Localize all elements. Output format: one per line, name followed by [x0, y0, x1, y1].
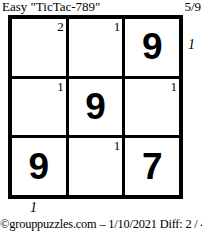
column-1-marker: 1	[30, 201, 37, 215]
cell-value: 7	[125, 138, 179, 195]
puzzle-title: Easy "TicTac-789"	[2, 0, 100, 15]
cell-r3c2[interactable]: 1	[69, 138, 123, 195]
copyright-line: ©grouppuzzles.com – 1/10/2021 Diff: 2 / …	[0, 217, 202, 232]
cell-r3c3[interactable]: 7	[125, 138, 179, 195]
cell-r3c1[interactable]: 9	[12, 138, 66, 195]
cell-r2c1[interactable]: 1	[12, 79, 66, 136]
puzzle-page: Easy "TicTac-789" 5/9 2 1 9 1 9 1 9	[0, 0, 202, 233]
cell-r1c3[interactable]: 9	[125, 19, 179, 76]
cell-value	[12, 79, 66, 136]
row-1-marker: 1	[188, 38, 195, 52]
tictac-board: 2 1 9 1 9 1 9 1	[8, 15, 183, 199]
cell-value	[69, 138, 123, 195]
cell-value: 9	[125, 19, 179, 76]
cell-value	[125, 79, 179, 136]
cell-value: 9	[12, 138, 66, 195]
cell-value	[69, 19, 123, 76]
cell-value: 9	[69, 79, 123, 136]
cell-r2c2[interactable]: 9	[69, 79, 123, 136]
page-number: 5/9	[184, 0, 201, 15]
cell-r1c2[interactable]: 1	[69, 19, 123, 76]
cell-r2c3[interactable]: 1	[125, 79, 179, 136]
cell-r1c1[interactable]: 2	[12, 19, 66, 76]
cell-value	[12, 19, 66, 76]
